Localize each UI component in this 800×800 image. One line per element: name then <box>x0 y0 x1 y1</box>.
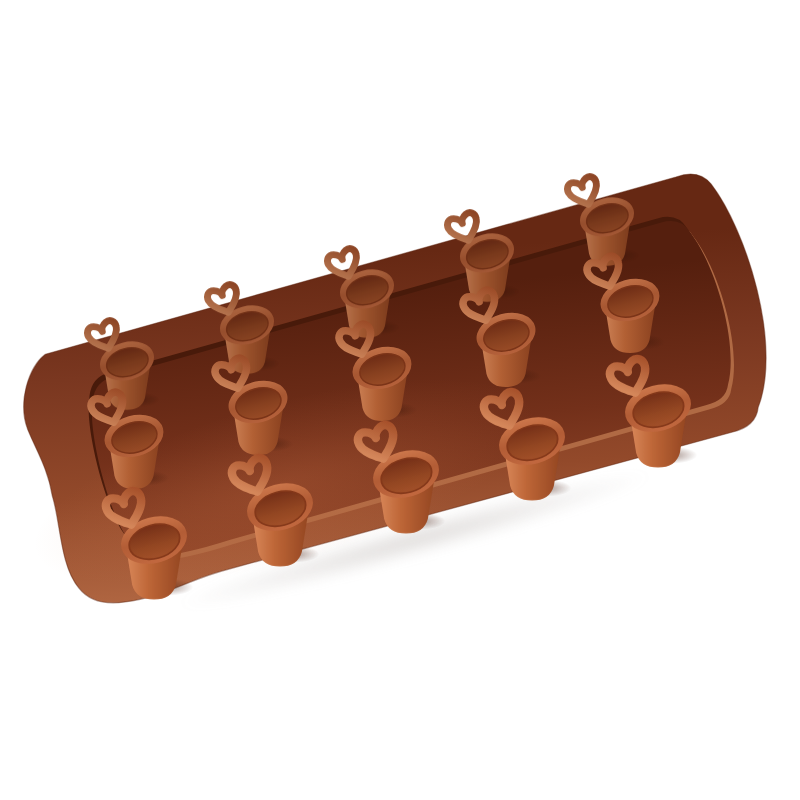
photo-stage <box>0 0 800 800</box>
mold-photo <box>0 0 800 800</box>
